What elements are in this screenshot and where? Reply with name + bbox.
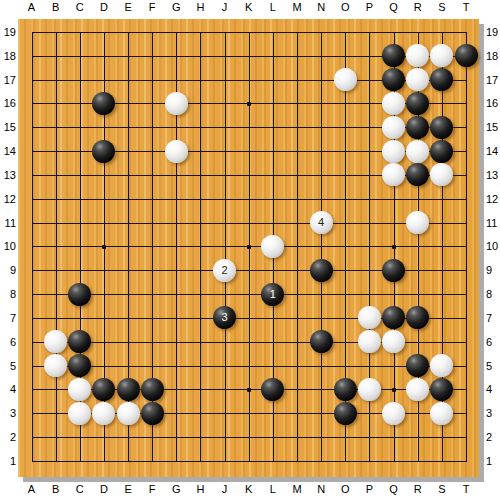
grid-line-vertical bbox=[297, 32, 298, 462]
stone-white-C4 bbox=[68, 378, 91, 401]
row-label-16: 16 bbox=[486, 97, 500, 109]
row-label-10: 10 bbox=[1, 240, 16, 252]
row-label-17: 17 bbox=[1, 74, 16, 86]
stone-white-S5 bbox=[430, 354, 453, 377]
stone-black-N9 bbox=[310, 259, 333, 282]
stone-black-R13 bbox=[406, 163, 429, 186]
grid-line-horizontal bbox=[32, 461, 468, 462]
stone-black-O3 bbox=[334, 402, 357, 425]
stone-white-Q15 bbox=[382, 116, 405, 139]
column-label-E: E bbox=[124, 483, 131, 495]
grid-line-horizontal bbox=[32, 294, 468, 295]
stone-white-S13 bbox=[430, 163, 453, 186]
row-label-19: 19 bbox=[486, 26, 500, 38]
stone-black-J7: 3 bbox=[213, 306, 236, 329]
column-label-L: L bbox=[270, 483, 276, 495]
stone-white-D3 bbox=[92, 402, 115, 425]
column-label-H: H bbox=[196, 483, 204, 495]
row-label-2: 2 bbox=[486, 431, 500, 443]
column-label-B: B bbox=[52, 1, 59, 13]
stone-black-E4 bbox=[117, 378, 140, 401]
stone-black-T18 bbox=[455, 44, 478, 67]
stone-black-C8 bbox=[68, 283, 91, 306]
star-point-D10 bbox=[102, 245, 106, 249]
stone-black-Q18 bbox=[382, 44, 405, 67]
stone-black-R7 bbox=[406, 306, 429, 329]
column-label-K: K bbox=[245, 483, 252, 495]
column-label-Q: Q bbox=[389, 483, 398, 495]
move-number: 2 bbox=[222, 265, 228, 276]
column-label-A: A bbox=[28, 483, 35, 495]
column-label-O: O bbox=[341, 1, 350, 13]
column-label-G: G bbox=[172, 1, 181, 13]
row-label-16: 16 bbox=[1, 97, 16, 109]
stone-black-F3 bbox=[141, 402, 164, 425]
stone-white-R14 bbox=[406, 140, 429, 163]
stone-white-Q16 bbox=[382, 92, 405, 115]
row-label-15: 15 bbox=[1, 121, 16, 133]
star-point-K10 bbox=[247, 245, 251, 249]
row-label-18: 18 bbox=[1, 50, 16, 62]
column-label-R: R bbox=[414, 483, 422, 495]
row-label-13: 13 bbox=[486, 169, 500, 181]
column-label-F: F bbox=[149, 483, 156, 495]
column-label-P: P bbox=[366, 1, 373, 13]
row-label-10: 10 bbox=[486, 240, 500, 252]
stone-white-J9: 2 bbox=[213, 259, 236, 282]
stone-white-Q13 bbox=[382, 163, 405, 186]
row-label-9: 9 bbox=[486, 264, 500, 276]
column-label-D: D bbox=[100, 483, 108, 495]
stone-white-R17 bbox=[406, 68, 429, 91]
row-label-4: 4 bbox=[486, 383, 500, 395]
star-point-Q4 bbox=[392, 388, 396, 392]
column-label-C: C bbox=[76, 1, 84, 13]
stone-white-N11: 4 bbox=[310, 211, 333, 234]
move-number: 1 bbox=[270, 289, 276, 300]
stone-black-L8: 1 bbox=[261, 283, 284, 306]
row-label-8: 8 bbox=[486, 288, 500, 300]
stone-white-G16 bbox=[165, 92, 188, 115]
column-label-J: J bbox=[222, 1, 228, 13]
column-label-A: A bbox=[28, 1, 35, 13]
stone-black-D4 bbox=[92, 378, 115, 401]
star-point-K16 bbox=[247, 102, 251, 106]
grid-line-horizontal bbox=[32, 437, 468, 438]
column-label-Q: Q bbox=[389, 1, 398, 13]
row-label-14: 14 bbox=[1, 145, 16, 157]
row-label-5: 5 bbox=[1, 360, 16, 372]
column-label-K: K bbox=[245, 1, 252, 13]
stone-white-S18 bbox=[430, 44, 453, 67]
stone-white-O17 bbox=[334, 68, 357, 91]
column-label-S: S bbox=[438, 483, 445, 495]
stone-white-R11 bbox=[406, 211, 429, 234]
row-label-15: 15 bbox=[486, 121, 500, 133]
stone-black-S4 bbox=[430, 378, 453, 401]
column-label-N: N bbox=[317, 483, 325, 495]
stone-black-S17 bbox=[430, 68, 453, 91]
stone-black-N6 bbox=[310, 330, 333, 353]
grid-line-vertical bbox=[321, 32, 322, 462]
row-label-1: 1 bbox=[1, 455, 16, 467]
stone-white-Q14 bbox=[382, 140, 405, 163]
column-label-G: G bbox=[172, 483, 181, 495]
column-label-J: J bbox=[222, 483, 228, 495]
row-label-18: 18 bbox=[486, 50, 500, 62]
stone-white-E3 bbox=[117, 402, 140, 425]
stone-white-P6 bbox=[358, 330, 381, 353]
column-label-T: T bbox=[463, 1, 470, 13]
row-label-8: 8 bbox=[1, 288, 16, 300]
row-label-13: 13 bbox=[1, 169, 16, 181]
stone-black-S15 bbox=[430, 116, 453, 139]
column-label-B: B bbox=[52, 483, 59, 495]
stone-white-Q3 bbox=[382, 402, 405, 425]
grid-line-vertical bbox=[466, 32, 467, 462]
stone-black-Q17 bbox=[382, 68, 405, 91]
column-label-M: M bbox=[292, 1, 301, 13]
stone-black-D16 bbox=[92, 92, 115, 115]
stone-white-B6 bbox=[44, 330, 67, 353]
column-label-T: T bbox=[463, 483, 470, 495]
column-label-S: S bbox=[438, 1, 445, 13]
stone-white-R4 bbox=[406, 378, 429, 401]
stone-white-S3 bbox=[430, 402, 453, 425]
stone-white-C3 bbox=[68, 402, 91, 425]
column-label-F: F bbox=[149, 1, 156, 13]
stone-black-R5 bbox=[406, 354, 429, 377]
row-label-14: 14 bbox=[486, 145, 500, 157]
row-label-9: 9 bbox=[1, 264, 16, 276]
stone-white-L10 bbox=[261, 235, 284, 258]
row-label-1: 1 bbox=[486, 455, 500, 467]
row-label-17: 17 bbox=[486, 74, 500, 86]
stone-black-D14 bbox=[92, 140, 115, 163]
row-label-6: 6 bbox=[486, 336, 500, 348]
row-label-12: 12 bbox=[1, 193, 16, 205]
stone-black-R16 bbox=[406, 92, 429, 115]
star-point-K4 bbox=[247, 388, 251, 392]
stone-black-L4 bbox=[261, 378, 284, 401]
star-point-Q10 bbox=[392, 245, 396, 249]
stone-white-P4 bbox=[358, 378, 381, 401]
column-label-R: R bbox=[414, 1, 422, 13]
stone-black-C6 bbox=[68, 330, 91, 353]
move-number: 3 bbox=[222, 312, 228, 323]
column-label-L: L bbox=[270, 1, 276, 13]
go-board[interactable]: 4213 bbox=[18, 19, 479, 477]
row-label-19: 19 bbox=[1, 26, 16, 38]
stone-black-O4 bbox=[334, 378, 357, 401]
row-label-7: 7 bbox=[1, 312, 16, 324]
row-label-5: 5 bbox=[486, 360, 500, 372]
stone-black-R15 bbox=[406, 116, 429, 139]
stone-white-Q6 bbox=[382, 330, 405, 353]
row-label-12: 12 bbox=[486, 193, 500, 205]
stone-black-C5 bbox=[68, 354, 91, 377]
column-label-N: N bbox=[317, 1, 325, 13]
column-label-E: E bbox=[124, 1, 131, 13]
column-label-M: M bbox=[292, 483, 301, 495]
row-label-11: 11 bbox=[486, 217, 500, 229]
column-label-C: C bbox=[76, 483, 84, 495]
stone-white-G14 bbox=[165, 140, 188, 163]
column-label-D: D bbox=[100, 1, 108, 13]
stone-black-F4 bbox=[141, 378, 164, 401]
stone-white-B5 bbox=[44, 354, 67, 377]
row-label-7: 7 bbox=[486, 312, 500, 324]
column-label-O: O bbox=[341, 483, 350, 495]
column-label-H: H bbox=[196, 1, 204, 13]
row-label-6: 6 bbox=[1, 336, 16, 348]
stone-black-S14 bbox=[430, 140, 453, 163]
go-diagram: ABCDEFGHJKLMNOPQRST ABCDEFGHJKLMNOPQRST … bbox=[0, 0, 500, 500]
row-label-3: 3 bbox=[1, 407, 16, 419]
row-label-3: 3 bbox=[486, 407, 500, 419]
move-number: 4 bbox=[318, 217, 324, 228]
row-label-11: 11 bbox=[1, 217, 16, 229]
stone-white-R18 bbox=[406, 44, 429, 67]
stone-black-Q7 bbox=[382, 306, 405, 329]
row-label-2: 2 bbox=[1, 431, 16, 443]
column-label-P: P bbox=[366, 483, 373, 495]
row-label-4: 4 bbox=[1, 383, 16, 395]
stone-white-P7 bbox=[358, 306, 381, 329]
grid-line-horizontal bbox=[32, 366, 468, 367]
stone-black-Q9 bbox=[382, 259, 405, 282]
